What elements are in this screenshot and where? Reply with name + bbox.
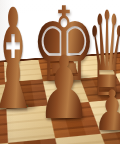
pieces-layer: ♚♛♝♟♟: [0, 0, 120, 144]
chess-photo: ♚♛♝♟♟: [0, 0, 120, 144]
piece-pawn-f3: ♟: [93, 83, 120, 139]
piece-bishop-d4: ♝: [0, 0, 40, 130]
piece-pawn-e3: ♟: [37, 45, 92, 132]
